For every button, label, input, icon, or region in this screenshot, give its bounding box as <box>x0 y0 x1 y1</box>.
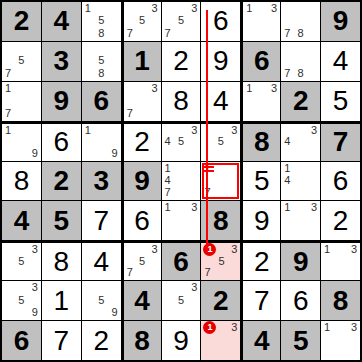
solved-digit: 2 <box>82 321 121 360</box>
solved-digit: 9 <box>201 42 240 81</box>
empty-candidate-slot <box>96 306 107 318</box>
empty-candidate-slot <box>284 226 295 238</box>
solved-digit: 9 <box>162 321 201 360</box>
pencil-marks: 359 <box>2 281 41 320</box>
cell-r1c2[interactable]: 4 <box>42 2 81 41</box>
empty-candidate-slot <box>306 163 317 175</box>
candidate-3: 3 <box>267 3 277 15</box>
candidate-3: 3 <box>227 244 237 256</box>
candidate-7: 7 <box>5 67 16 79</box>
empty-candidate-slot <box>226 163 237 175</box>
cell-r8c6[interactable]: 2 <box>201 281 240 320</box>
cell-r3c8[interactable]: 2 <box>281 82 320 121</box>
cell-r4c2[interactable]: 6 <box>42 122 81 161</box>
cell-r6c2[interactable]: 5 <box>42 201 81 240</box>
empty-candidate-slot <box>295 3 306 15</box>
candidate-3: 3 <box>346 322 357 334</box>
empty-candidate-slot <box>306 27 317 39</box>
cell-r5c5[interactable]: 147 <box>162 162 201 201</box>
cell-r8c3[interactable]: 59 <box>82 281 121 320</box>
cell-r3c2[interactable]: 9 <box>42 82 81 121</box>
solved-digit: 6 <box>321 162 360 201</box>
candidate-5: 5 <box>176 15 187 27</box>
candidate-7: 7 <box>127 267 137 278</box>
empty-candidate-slot <box>85 306 96 318</box>
candidate-1: 1 <box>284 163 295 175</box>
empty-candidate-slot <box>176 306 187 318</box>
cell-r9c7[interactable]: 4 <box>241 321 280 360</box>
cell-r2c1[interactable]: 57 <box>2 42 41 81</box>
empty-candidate-slot <box>176 163 187 175</box>
empty-candidate-slot <box>284 43 295 55</box>
pencil-marks: 357 <box>162 2 201 41</box>
given-digit: 5 <box>281 321 320 360</box>
candidate-3: 3 <box>227 322 237 334</box>
empty-candidate-slot <box>324 267 335 278</box>
cell-r9c3[interactable]: 2 <box>82 321 121 360</box>
empty-candidate-slot <box>16 147 27 158</box>
cell-r3c1[interactable]: 17 <box>2 82 41 121</box>
cell-r6c1[interactable]: 4 <box>2 201 41 240</box>
cell-r8c7[interactable]: 7 <box>241 281 280 320</box>
empty-candidate-slot <box>324 334 335 346</box>
cell-r4c6[interactable]: 35 <box>201 122 240 161</box>
cell-r5c3[interactable]: 3 <box>82 162 121 201</box>
given-digit: 2 <box>42 162 81 201</box>
solved-digit: 4 <box>201 82 240 121</box>
empty-candidate-slot <box>216 267 226 278</box>
empty-candidate-slot <box>96 136 107 147</box>
pencil-marks: 35 <box>162 281 201 320</box>
cell-r6c9[interactable]: 2 <box>321 201 360 240</box>
cell-r2c7[interactable]: 6 <box>241 42 280 81</box>
empty-candidate-slot <box>346 334 357 346</box>
cell-r5c4[interactable]: 9 <box>122 162 161 201</box>
candidate-5: 5 <box>96 15 107 27</box>
cell-r3c9[interactable]: 5 <box>321 82 360 121</box>
solved-digit: 6 <box>42 124 81 161</box>
candidate-7: 7 <box>284 67 295 79</box>
given-digit: 9 <box>42 82 81 121</box>
empty-candidate-slot <box>227 334 237 346</box>
cell-r6c4[interactable]: 6 <box>122 201 161 240</box>
pencil-marks: 57 <box>2 42 41 81</box>
empty-candidate-slot <box>147 107 157 119</box>
cell-r2c3[interactable]: 58 <box>82 42 121 81</box>
empty-candidate-slot <box>137 3 147 15</box>
empty-candidate-slot <box>85 136 96 147</box>
cell-r8c8[interactable]: 6 <box>281 281 320 320</box>
cell-r8c9[interactable]: 8 <box>321 281 360 320</box>
cell-r4c4[interactable]: 2 <box>122 122 161 161</box>
cell-r4c8[interactable]: 34 <box>281 122 320 161</box>
pencil-marks: 34 <box>281 124 320 161</box>
empty-candidate-slot <box>137 107 147 119</box>
empty-candidate-slot <box>5 256 16 267</box>
pencil-marks: 13 <box>243 82 280 121</box>
empty-candidate-slot <box>267 15 277 27</box>
empty-candidate-slot <box>176 3 187 15</box>
pencil-marks: 37 <box>124 82 161 121</box>
pencil-marks: 35 <box>2 243 41 280</box>
candidate-1: 1 <box>246 83 256 95</box>
empty-candidate-slot <box>27 43 38 55</box>
empty-candidate-slot <box>5 306 16 318</box>
cell-r6c3[interactable]: 7 <box>82 201 121 240</box>
candidate-7: 7 <box>5 107 16 119</box>
given-digit: 3 <box>82 162 121 201</box>
cell-r2c2[interactable]: 3 <box>42 42 81 81</box>
empty-candidate-slot <box>127 95 137 107</box>
crossed-out-candidate: 1 <box>204 163 210 174</box>
empty-candidate-slot <box>165 226 176 238</box>
candidate-7: 7 <box>204 186 215 198</box>
candidate-1: 1 <box>85 125 96 136</box>
given-digit: 6 <box>82 82 121 121</box>
candidate-5: 5 <box>137 256 147 267</box>
cell-r5c6[interactable]: 17 <box>201 162 240 201</box>
pencil-marks: 13 <box>321 321 360 360</box>
cell-r5c2[interactable]: 2 <box>42 162 81 201</box>
empty-candidate-slot <box>147 95 157 107</box>
candidate-1: 1 <box>204 244 216 256</box>
solved-digit: 7 <box>42 321 81 360</box>
candidate-3: 3 <box>226 125 237 136</box>
candidate-3: 3 <box>186 3 197 15</box>
candidate-5: 5 <box>176 294 187 306</box>
candidate-5: 5 <box>216 256 226 267</box>
empty-candidate-slot <box>186 27 197 39</box>
cell-r1c6[interactable]: 6 <box>201 2 240 41</box>
empty-candidate-slot <box>16 136 27 147</box>
empty-candidate-slot <box>147 256 157 267</box>
given-digit: 4 <box>2 201 41 240</box>
cell-r2c9[interactable]: 4 <box>321 42 360 81</box>
cell-r6c6[interactable]: 8 <box>201 201 240 240</box>
empty-candidate-slot <box>16 95 27 107</box>
candidate-8: 8 <box>295 27 306 39</box>
empty-candidate-slot <box>85 43 96 55</box>
empty-candidate-slot <box>16 83 27 95</box>
solved-digit: 7 <box>243 281 280 320</box>
empty-candidate-slot <box>215 163 226 175</box>
empty-candidate-slot <box>257 95 267 107</box>
empty-candidate-slot <box>107 136 118 147</box>
empty-candidate-slot <box>226 136 237 147</box>
empty-candidate-slot <box>176 186 187 198</box>
cell-r5c9[interactable]: 6 <box>321 162 360 201</box>
empty-candidate-slot <box>186 163 197 175</box>
pencil-marks: 17 <box>201 162 240 201</box>
empty-candidate-slot <box>335 322 346 334</box>
given-digit: 4 <box>42 2 81 41</box>
cell-r6c5[interactable]: 13 <box>162 201 201 240</box>
cell-r2c6[interactable]: 9 <box>201 42 240 81</box>
solved-digit: 8 <box>2 162 41 201</box>
pencil-marks: 13 <box>162 201 201 240</box>
empty-candidate-slot <box>257 107 267 119</box>
cell-r2c8[interactable]: 78 <box>281 42 320 81</box>
empty-candidate-slot <box>5 136 16 147</box>
cell-r5c7[interactable]: 5 <box>241 162 280 201</box>
candidate-3: 3 <box>267 83 277 95</box>
empty-candidate-slot <box>186 214 197 226</box>
cell-r7c5[interactable]: 6 <box>162 241 201 280</box>
empty-candidate-slot <box>216 334 226 346</box>
empty-candidate-slot <box>107 3 118 15</box>
candidate-9: 9 <box>107 306 118 318</box>
empty-candidate-slot <box>137 95 147 107</box>
empty-candidate-slot <box>335 267 346 278</box>
empty-candidate-slot <box>295 202 306 214</box>
cell-r9c9[interactable]: 13 <box>321 321 360 360</box>
empty-candidate-slot <box>295 163 306 175</box>
cell-r8c4[interactable]: 4 <box>122 281 161 320</box>
candidate-9: 9 <box>27 306 38 318</box>
empty-candidate-slot <box>306 147 317 158</box>
solved-digit: 6 <box>281 281 320 320</box>
cell-r3c4[interactable]: 37 <box>122 82 161 121</box>
cell-r9c2[interactable]: 7 <box>42 321 81 360</box>
empty-candidate-slot <box>335 346 346 358</box>
empty-candidate-slot <box>306 67 317 79</box>
given-digit: 8 <box>321 281 360 320</box>
pencil-marks: 78 <box>281 2 320 41</box>
cell-r5c1[interactable]: 8 <box>2 162 41 201</box>
cell-r3c6[interactable]: 4 <box>201 82 240 121</box>
solved-digit: 6 <box>201 2 240 41</box>
candidate-5: 5 <box>96 294 107 306</box>
empty-candidate-slot <box>176 282 187 294</box>
cell-r1c5[interactable]: 357 <box>162 2 201 41</box>
empty-candidate-slot <box>27 95 38 107</box>
solved-digit: 5 <box>321 82 360 121</box>
candidate-3: 3 <box>27 244 38 255</box>
candidate-5: 5 <box>16 294 27 306</box>
cell-r7c7[interactable]: 2 <box>241 241 280 280</box>
empty-candidate-slot <box>306 55 317 67</box>
cell-r7c1[interactable]: 35 <box>2 241 41 280</box>
empty-candidate-slot <box>107 282 118 294</box>
empty-candidate-slot <box>306 43 317 55</box>
cell-r2c5[interactable]: 2 <box>162 42 201 81</box>
pencil-marks: 17 <box>2 82 41 121</box>
cell-r9c8[interactable]: 5 <box>281 321 320 360</box>
given-digit: 5 <box>42 201 81 240</box>
empty-candidate-slot <box>295 226 306 238</box>
empty-candidate-slot <box>127 244 137 255</box>
solved-digit: 1 <box>42 281 81 320</box>
solved-digit: 8 <box>162 82 201 121</box>
empty-candidate-slot <box>27 256 38 267</box>
empty-candidate-slot <box>5 267 16 278</box>
empty-candidate-slot <box>227 267 237 278</box>
cell-r1c4[interactable]: 357 <box>122 2 161 41</box>
empty-candidate-slot <box>226 147 237 158</box>
empty-candidate-slot <box>204 136 215 147</box>
cell-r8c5[interactable]: 35 <box>162 281 201 320</box>
given-digit: 3 <box>42 42 81 81</box>
candidate-7: 7 <box>284 27 295 39</box>
empty-candidate-slot <box>27 136 38 147</box>
candidate-5: 5 <box>16 256 27 267</box>
cell-r9c6[interactable]: 13 <box>201 321 240 360</box>
empty-candidate-slot <box>176 226 187 238</box>
candidate-9: 9 <box>27 147 38 158</box>
pencil-marks: 13 <box>243 2 280 41</box>
candidate-1: 1 <box>246 3 256 15</box>
empty-candidate-slot <box>147 15 157 27</box>
given-digit: 2 <box>201 281 240 320</box>
cell-r1c1[interactable]: 2 <box>2 2 41 41</box>
empty-candidate-slot <box>165 15 176 27</box>
empty-candidate-slot <box>107 125 118 136</box>
cell-r7c9[interactable]: 13 <box>321 241 360 280</box>
cell-r5c8[interactable]: 14 <box>281 162 320 201</box>
empty-candidate-slot <box>295 214 306 226</box>
empty-candidate-slot <box>267 95 277 107</box>
empty-candidate-slot <box>186 294 197 306</box>
cell-r1c3[interactable]: 158 <box>82 2 121 41</box>
candidate-4: 4 <box>284 175 295 187</box>
empty-candidate-slot <box>85 294 96 306</box>
empty-candidate-slot <box>137 83 147 95</box>
given-digit: 9 <box>321 2 360 41</box>
solved-digit: 5 <box>243 162 280 201</box>
empty-candidate-slot <box>85 147 96 158</box>
empty-candidate-slot <box>267 27 277 39</box>
given-digit: 2 <box>281 82 320 121</box>
empty-candidate-slot <box>306 186 317 198</box>
cell-r4c3[interactable]: 19 <box>82 122 121 161</box>
cell-r7c8[interactable]: 9 <box>281 241 320 280</box>
candidate-7: 7 <box>165 27 176 39</box>
empty-candidate-slot <box>176 202 187 214</box>
candidate-3: 3 <box>306 202 317 214</box>
empty-candidate-slot <box>165 282 176 294</box>
empty-candidate-slot <box>27 125 38 136</box>
eliminated-candidate-circle: 1 <box>203 243 216 256</box>
empty-candidate-slot <box>16 282 27 294</box>
cell-r7c2[interactable]: 8 <box>42 241 81 280</box>
empty-candidate-slot <box>5 95 16 107</box>
solved-digit: 2 <box>162 42 201 81</box>
empty-candidate-slot <box>204 125 215 136</box>
cell-r4c5[interactable]: 345 <box>162 122 201 161</box>
cell-r8c1[interactable]: 359 <box>2 281 41 320</box>
candidate-5: 5 <box>176 136 187 147</box>
cell-r3c3[interactable]: 6 <box>82 82 121 121</box>
empty-candidate-slot <box>147 27 157 39</box>
cell-r4c1[interactable]: 19 <box>2 122 41 161</box>
cell-r9c5[interactable]: 9 <box>162 321 201 360</box>
empty-candidate-slot <box>257 27 267 39</box>
empty-candidate-slot <box>186 136 197 147</box>
solved-digit: 2 <box>321 201 360 240</box>
cell-r3c5[interactable]: 8 <box>162 82 201 121</box>
empty-candidate-slot <box>335 256 346 267</box>
empty-candidate-slot <box>186 147 197 158</box>
given-digit: 6 <box>2 321 41 360</box>
empty-candidate-slot <box>165 3 176 15</box>
cell-r6c8[interactable]: 13 <box>281 201 320 240</box>
empty-candidate-slot <box>165 214 176 226</box>
empty-candidate-slot <box>284 186 295 198</box>
empty-candidate-slot <box>85 67 96 79</box>
cell-r9c1[interactable]: 6 <box>2 321 41 360</box>
pencil-marks: 357 <box>124 2 161 41</box>
pencil-marks: 14 <box>281 162 320 201</box>
empty-candidate-slot <box>165 294 176 306</box>
cell-r1c7[interactable]: 13 <box>241 2 280 41</box>
candidate-4: 4 <box>165 136 176 147</box>
empty-candidate-slot <box>165 306 176 318</box>
empty-candidate-slot <box>295 186 306 198</box>
candidate-1: 1 <box>204 322 216 334</box>
pencil-marks: 147 <box>162 162 201 201</box>
cell-r7c3[interactable]: 4 <box>82 241 121 280</box>
candidate-3: 3 <box>147 244 157 255</box>
pencil-marks: 59 <box>82 281 121 320</box>
empty-candidate-slot <box>204 175 215 187</box>
empty-candidate-slot <box>204 346 216 358</box>
empty-candidate-slot <box>27 107 38 119</box>
empty-candidate-slot <box>16 43 27 55</box>
candidate-3: 3 <box>27 282 38 294</box>
candidate-1: 1 <box>165 202 176 214</box>
empty-candidate-slot <box>147 267 157 278</box>
cell-r1c9[interactable]: 9 <box>321 2 360 41</box>
empty-candidate-slot <box>186 306 197 318</box>
cell-r4c7[interactable]: 8 <box>241 122 280 161</box>
candidate-5: 5 <box>215 136 226 147</box>
cell-r4c9[interactable]: 7 <box>321 122 360 161</box>
empty-candidate-slot <box>227 346 237 358</box>
candidate-4: 4 <box>165 175 176 187</box>
empty-candidate-slot <box>284 147 295 158</box>
empty-candidate-slot <box>16 125 27 136</box>
solved-digit: 4 <box>321 42 360 81</box>
empty-candidate-slot <box>137 27 147 39</box>
empty-candidate-slot <box>176 214 187 226</box>
cell-r9c4[interactable]: 8 <box>122 321 161 360</box>
cell-r3c7[interactable]: 13 <box>241 82 280 121</box>
cell-r8c2[interactable]: 1 <box>42 281 81 320</box>
empty-candidate-slot <box>16 244 27 255</box>
cell-r2c4[interactable]: 1 <box>122 42 161 81</box>
cell-r7c4[interactable]: 357 <box>122 241 161 280</box>
empty-candidate-slot <box>85 55 96 67</box>
empty-candidate-slot <box>107 67 118 79</box>
empty-candidate-slot <box>295 175 306 187</box>
empty-candidate-slot <box>246 27 256 39</box>
pencil-marks: 13 <box>281 201 320 240</box>
empty-candidate-slot <box>127 15 137 27</box>
candidate-5: 5 <box>137 15 147 27</box>
candidate-1: 1 <box>5 125 16 136</box>
cell-r7c6[interactable]: 1357 <box>201 241 240 280</box>
empty-candidate-slot <box>85 15 96 27</box>
cell-r6c7[interactable]: 9 <box>241 201 280 240</box>
empty-candidate-slot <box>107 294 118 306</box>
candidate-7: 7 <box>127 107 137 119</box>
empty-candidate-slot <box>257 3 267 15</box>
candidate-4: 4 <box>284 136 295 147</box>
cell-r1c8[interactable]: 78 <box>281 2 320 41</box>
candidate-3: 3 <box>147 83 157 95</box>
solved-digit: 2 <box>124 124 161 161</box>
pencil-marks: 13 <box>321 243 360 280</box>
